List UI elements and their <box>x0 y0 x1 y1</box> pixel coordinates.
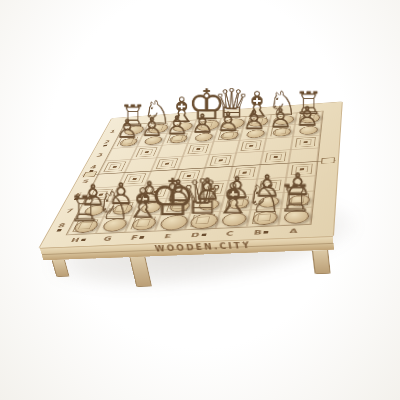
brand-engraving: WOODEN.CITY <box>154 241 252 253</box>
border-marker <box>57 229 62 232</box>
rook-glyph: ♖ <box>268 180 322 217</box>
file-label-text: H <box>70 237 81 243</box>
border-marker <box>81 239 86 242</box>
border-marker <box>264 231 269 234</box>
square-c4 <box>232 151 263 166</box>
hinge-clasp-right <box>321 158 335 164</box>
square-a8: ♖ <box>278 207 312 225</box>
scene: ♖♘♗♔♕♗♘♖♙♙♙♙♙♙♙♙♙♙♙♙♙♙♙♙♖♘♗♔♕♗♘♖ 1234567… <box>73 36 337 300</box>
file-label-text: G <box>102 236 113 243</box>
board-leg-middle <box>129 257 152 287</box>
board-surface: ♖♘♗♔♕♗♘♖♙♙♙♙♙♙♙♙♙♙♙♙♙♙♙♙♖♘♗♔♕♗♘♖ 1234567… <box>40 102 342 248</box>
rank-label-text: 3 <box>96 153 104 158</box>
chess-board: ♖♘♗♔♕♗♘♖♙♙♙♙♙♙♙♙♙♙♙♙♙♙♙♙♖♘♗♔♕♗♘♖ 1234567… <box>40 102 342 248</box>
border-marker <box>139 236 144 239</box>
file-label-text: F <box>130 235 139 242</box>
product-photo: ♖♘♗♔♕♗♘♖♙♙♙♙♙♙♙♙♙♙♙♙♙♙♙♙♖♘♗♔♕♗♘♖ 1234567… <box>0 0 400 400</box>
square-a2: ♙ <box>293 123 321 137</box>
border-marker <box>201 234 206 237</box>
board-leg-right <box>312 250 331 274</box>
pawn-glyph: ♙ <box>284 104 330 131</box>
file-label-text: B <box>253 229 262 236</box>
file-label-text: D <box>190 232 200 239</box>
square-c3 <box>236 139 266 153</box>
square-b3 <box>263 137 293 152</box>
square-a3 <box>291 135 320 150</box>
file-label-text: E <box>163 233 172 240</box>
file-label-text: A <box>289 228 298 235</box>
board-grid: ♖♘♗♔♕♗♘♖♙♙♙♙♙♙♙♙♙♙♙♙♙♙♙♙♖♘♗♔♕♗♘♖ <box>67 111 323 234</box>
border-marker <box>103 144 107 146</box>
file-label-text: C <box>225 230 234 237</box>
